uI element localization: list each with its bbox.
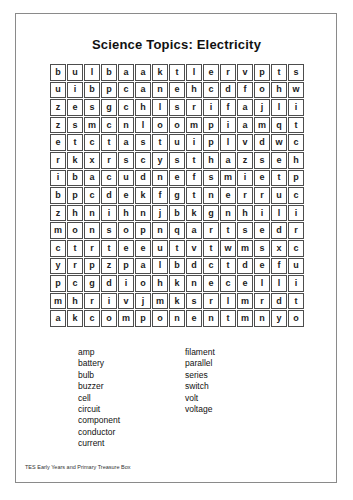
grid-cell: l (84, 64, 100, 81)
grid-cell: m (50, 293, 66, 310)
grid-cell: a (135, 64, 151, 81)
grid-cell: o (135, 275, 151, 292)
grid-cell: e (254, 170, 270, 187)
grid-cell: j (254, 99, 270, 116)
grid-cell: c (220, 275, 236, 292)
grid-cell: b (169, 205, 185, 222)
grid-cell: a (118, 64, 134, 81)
grid-cell: p (254, 64, 270, 81)
grid-cell: p (50, 275, 66, 292)
grid-cell: t (288, 117, 304, 134)
grid-cell: k (67, 152, 83, 169)
grid-cell: h (67, 293, 83, 310)
grid-cell: f (186, 170, 202, 187)
grid-cell: a (135, 258, 151, 275)
grid-cell: n (254, 310, 270, 327)
grid-cell: p (203, 134, 219, 151)
grid-cell: u (67, 64, 83, 81)
grid-cell: z (50, 99, 66, 116)
grid-cell: c (288, 187, 304, 204)
word-list-item: component (78, 415, 120, 426)
grid-cell: k (152, 64, 168, 81)
grid-cell: d (135, 170, 151, 187)
grid-cell: a (118, 134, 134, 151)
grid-cell: i (50, 170, 66, 187)
grid-cell: i (288, 275, 304, 292)
grid-cell: o (101, 310, 117, 327)
word-list-item: voltage (185, 404, 215, 415)
grid-cell: c (84, 134, 100, 151)
grid-cell: t (288, 293, 304, 310)
grid-cell: s (288, 64, 304, 81)
grid-cell: e (135, 240, 151, 257)
grid-cell: h (118, 205, 134, 222)
grid-cell: z (237, 152, 253, 169)
grid-cell: a (220, 152, 236, 169)
grid-cell: m (50, 222, 66, 239)
grid-cell: h (67, 205, 83, 222)
grid-cell: e (203, 275, 219, 292)
grid-cell: c (84, 187, 100, 204)
grid-cell: g (169, 187, 185, 204)
grid-cell: f (237, 82, 253, 99)
grid-cell: t (169, 240, 185, 257)
grid-cell: z (101, 258, 117, 275)
grid-cell: c (118, 82, 134, 99)
grid-cell: m (84, 117, 100, 134)
word-list-item: amp (78, 347, 120, 358)
grid-cell: a (237, 99, 253, 116)
grid-cell: r (237, 187, 253, 204)
grid-cell: n (203, 187, 219, 204)
grid-cell: t (169, 64, 185, 81)
grid-cell: s (101, 222, 117, 239)
grid-cell: s (135, 134, 151, 151)
grid-cell: i (101, 205, 117, 222)
grid-cell: l (271, 99, 287, 116)
word-list-item: circuit (78, 404, 120, 415)
grid-cell: n (152, 222, 168, 239)
grid-cell: c (101, 117, 117, 134)
grid-cell: x (271, 240, 287, 257)
grid-cell: l (271, 205, 287, 222)
grid-cell: o (118, 222, 134, 239)
grid-cell: v (237, 134, 253, 151)
grid-cell: e (220, 187, 236, 204)
grid-cell: n (84, 222, 100, 239)
grid-cell: d (271, 222, 287, 239)
grid-cell: r (101, 152, 117, 169)
grid-cell: r (254, 187, 270, 204)
grid-cell: n (220, 205, 236, 222)
grid-cell: c (84, 310, 100, 327)
grid-cell: h (288, 152, 304, 169)
grid-cell: i (186, 134, 202, 151)
grid-cell: k (67, 310, 83, 327)
grid-cell: n (203, 310, 219, 327)
grid-cell: w (288, 82, 304, 99)
grid-cell: z (50, 205, 66, 222)
grid-cell: k (169, 275, 185, 292)
grid-cell: c (203, 82, 219, 99)
grid-cell: t (186, 152, 202, 169)
grid-cell: o (67, 222, 83, 239)
grid-cell: m (237, 240, 253, 257)
grid-cell: s (254, 152, 270, 169)
grid-cell: l (152, 258, 168, 275)
word-list-item: parallel (185, 358, 215, 369)
grid-cell: i (203, 99, 219, 116)
grid-cell: t (220, 222, 236, 239)
grid-cell: n (152, 170, 168, 187)
grid-cell: o (169, 117, 185, 134)
grid-cell: c (203, 258, 219, 275)
grid-cell: s (203, 170, 219, 187)
grid-cell: y (271, 310, 287, 327)
grid-cell: y (50, 258, 66, 275)
grid-cell: v (237, 64, 253, 81)
grid-cell: s (169, 99, 185, 116)
grid-cell: d (254, 134, 270, 151)
grid-cell: r (67, 258, 83, 275)
grid-cell: t (271, 170, 287, 187)
grid-cell: n (169, 310, 185, 327)
grid-cell: d (101, 187, 117, 204)
grid-cell: i (67, 82, 83, 99)
grid-cell: i (288, 99, 304, 116)
grid-cell: c (288, 134, 304, 151)
grid-cell: b (50, 187, 66, 204)
grid-cell: q (169, 222, 185, 239)
grid-cell: n (135, 205, 151, 222)
grid-cell: r (84, 240, 100, 257)
grid-cell: e (186, 310, 202, 327)
grid-cell: t (152, 134, 168, 151)
grid-cell: o (288, 310, 304, 327)
grid-cell: g (101, 99, 117, 116)
grid-cell: a (50, 310, 66, 327)
grid-cell: b (101, 64, 117, 81)
grid-cell: r (203, 222, 219, 239)
grid-cell: o (152, 117, 168, 134)
grid-cell: c (135, 152, 151, 169)
grid-cell: l (152, 99, 168, 116)
grid-cell: m (186, 117, 202, 134)
grid-cell: e (237, 275, 253, 292)
grid-cell: r (203, 293, 219, 310)
grid-cell: r (50, 152, 66, 169)
word-list-column-1: ampbatterybulbbuzzercellcircuitcomponent… (78, 347, 120, 450)
grid-cell: s (254, 240, 270, 257)
grid-cell: h (152, 275, 168, 292)
grid-cell: r (186, 99, 202, 116)
grid-cell: d (220, 82, 236, 99)
grid-cell: x (84, 152, 100, 169)
grid-cell: k (135, 187, 151, 204)
grid-cell: r (220, 64, 236, 81)
word-list-item: battery (78, 358, 120, 369)
grid-cell: p (135, 222, 151, 239)
grid-cell: b (50, 64, 66, 81)
grid-cell: e (67, 99, 83, 116)
grid-cell: l (271, 275, 287, 292)
grid-cell: h (271, 82, 287, 99)
grid-cell: z (50, 117, 66, 134)
grid-cell: d (271, 293, 287, 310)
grid-cell: o (254, 82, 270, 99)
grid-cell: u (271, 187, 287, 204)
grid-cell: p (84, 258, 100, 275)
grid-cell: u (118, 170, 134, 187)
grid-cell: m (237, 310, 253, 327)
grid-cell: t (220, 310, 236, 327)
worksheet-page: Science Topics: Electricity bulbaaktlerv… (0, 0, 353, 500)
grid-cell: t (186, 187, 202, 204)
grid-cell: k (169, 293, 185, 310)
word-list-item: volt (185, 393, 215, 404)
word-list-item: conductor (78, 427, 120, 438)
word-search-grid: bulbaaktlervptsuibpcanehcdfohwzesgchlsri… (50, 64, 304, 327)
puzzle-title: Science Topics: Electricity (16, 37, 337, 52)
grid-cell: y (152, 152, 168, 169)
grid-cell: e (254, 222, 270, 239)
grid-cell: l (254, 275, 270, 292)
grid-cell: a (135, 82, 151, 99)
grid-cell: f (271, 258, 287, 275)
grid-cell: d (237, 258, 253, 275)
grid-cell: b (67, 170, 83, 187)
grid-cell: w (220, 240, 236, 257)
grid-cell: p (288, 170, 304, 187)
grid-cell: m (118, 310, 134, 327)
grid-cell: t (220, 258, 236, 275)
grid-cell: s (67, 117, 83, 134)
grid-cell: s (118, 152, 134, 169)
grid-cell: w (271, 134, 287, 151)
grid-cell: e (169, 82, 185, 99)
grid-cell: t (203, 240, 219, 257)
grid-cell: r (254, 293, 270, 310)
grid-cell: t (67, 240, 83, 257)
grid-cell: l (135, 117, 151, 134)
grid-cell: r (288, 222, 304, 239)
grid-cell: d (101, 275, 117, 292)
grid-cell: g (84, 275, 100, 292)
grid-cell: p (101, 82, 117, 99)
grid-cell: c (67, 275, 83, 292)
word-list-item: bulb (78, 370, 120, 381)
grid-cell: k (186, 205, 202, 222)
grid-cell: h (237, 205, 253, 222)
word-list-item: cell (78, 393, 120, 404)
grid-cell: f (220, 99, 236, 116)
grid-cell: p (135, 310, 151, 327)
grid-cell: a (186, 222, 202, 239)
grid-cell: u (152, 240, 168, 257)
grid-cell: j (152, 205, 168, 222)
word-list-item: filament (185, 347, 215, 358)
grid-cell: m (220, 170, 236, 187)
grid-cell: c (288, 240, 304, 257)
grid-cell: m (152, 293, 168, 310)
grid-cell: f (152, 187, 168, 204)
grid-cell: l (220, 293, 236, 310)
grid-cell: s (237, 222, 253, 239)
word-list-item: series (185, 370, 215, 381)
grid-cell: h (203, 152, 219, 169)
grid-cell: e (203, 64, 219, 81)
grid-cell: m (237, 293, 253, 310)
grid-cell: i (237, 170, 253, 187)
grid-cell: j (135, 293, 151, 310)
grid-cell: t (101, 134, 117, 151)
grid-cell: i (101, 293, 117, 310)
grid-cell: o (152, 310, 168, 327)
word-list-item: buzzer (78, 381, 120, 392)
grid-cell: u (169, 134, 185, 151)
grid-cell: v (118, 293, 134, 310)
grid-cell: m (254, 117, 270, 134)
grid-cell: q (271, 117, 287, 134)
grid-cell: h (186, 82, 202, 99)
grid-cell: n (186, 275, 202, 292)
grid-cell: h (135, 99, 151, 116)
grid-cell: c (101, 170, 117, 187)
grid-cell: s (84, 99, 100, 116)
grid-cell: n (152, 82, 168, 99)
grid-cell: c (50, 240, 66, 257)
grid-cell: e (118, 187, 134, 204)
grid-cell: a (84, 170, 100, 187)
grid-cell: c (118, 99, 134, 116)
grid-cell: a (237, 117, 253, 134)
grid-cell: u (50, 82, 66, 99)
grid-cell: p (203, 117, 219, 134)
grid-cell: i (220, 117, 236, 134)
grid-cell: d (186, 258, 202, 275)
grid-cell: s (186, 293, 202, 310)
grid-cell: p (118, 258, 134, 275)
grid-cell: e (254, 258, 270, 275)
grid-cell: t (101, 240, 117, 257)
grid-cell: g (203, 205, 219, 222)
grid-cell: p (67, 187, 83, 204)
grid-cell: l (220, 134, 236, 151)
grid-cell: t (67, 134, 83, 151)
grid-cell: e (169, 170, 185, 187)
grid-cell: e (118, 240, 134, 257)
grid-cell: t (271, 64, 287, 81)
footer-credit: TES Early Years and Primary Treasure Box (25, 464, 130, 470)
grid-cell: n (118, 117, 134, 134)
grid-cell: n (84, 205, 100, 222)
grid-cell: r (84, 293, 100, 310)
grid-cell: v (186, 240, 202, 257)
grid-cell: b (84, 82, 100, 99)
grid-cell: u (288, 258, 304, 275)
grid-cell: b (169, 258, 185, 275)
word-list-column-2: filamentparallelseriesswitchvoltvoltage (185, 347, 215, 415)
grid-cell: i (288, 205, 304, 222)
word-list-item: current (78, 438, 120, 449)
grid-cell: e (50, 134, 66, 151)
grid-cell: s (169, 152, 185, 169)
grid-cell: i (118, 275, 134, 292)
grid-cell: i (254, 205, 270, 222)
word-list-item: switch (185, 381, 215, 392)
grid-cell: l (186, 64, 202, 81)
grid-cell: e (271, 152, 287, 169)
